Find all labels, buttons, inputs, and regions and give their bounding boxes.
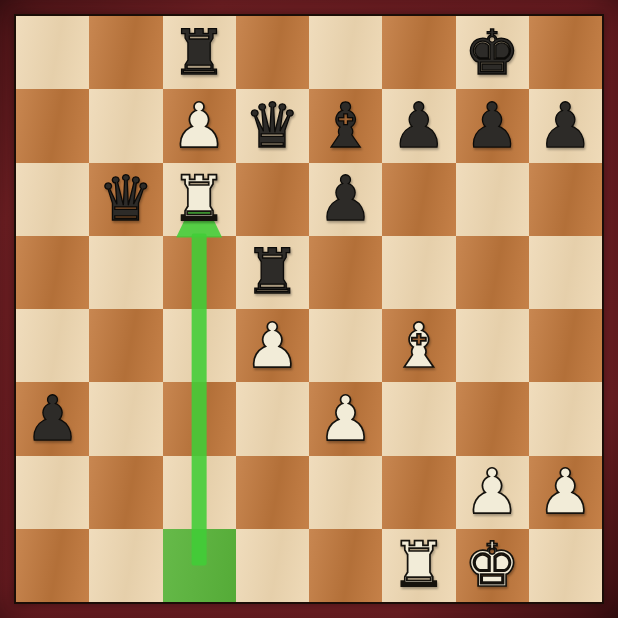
square-f5[interactable]: [382, 236, 455, 309]
square-f2[interactable]: [382, 456, 455, 529]
square-g7[interactable]: ♟: [456, 89, 529, 162]
square-f1[interactable]: ♜: [382, 529, 455, 602]
square-g4[interactable]: [456, 309, 529, 382]
square-a2[interactable]: [16, 456, 89, 529]
white-pawn-h2[interactable]: ♟: [538, 461, 594, 523]
black-queen-b6[interactable]: ♛: [98, 168, 154, 230]
black-rook-c8[interactable]: ♜: [171, 22, 227, 84]
square-a4[interactable]: [16, 309, 89, 382]
square-g6[interactable]: [456, 163, 529, 236]
chess-app-window: ♜♚♟♛♝♟♟♟♛♜♟♜♟♝♟♟♟♟♜♚: [0, 0, 618, 618]
square-f7[interactable]: ♟: [382, 89, 455, 162]
square-c8[interactable]: ♜: [163, 16, 236, 89]
square-d5[interactable]: ♜: [236, 236, 309, 309]
square-a7[interactable]: [16, 89, 89, 162]
square-d8[interactable]: [236, 16, 309, 89]
square-c6[interactable]: ♜: [163, 163, 236, 236]
white-pawn-g2[interactable]: ♟: [464, 461, 520, 523]
square-f4[interactable]: ♝: [382, 309, 455, 382]
square-c7[interactable]: ♟: [163, 89, 236, 162]
square-a8[interactable]: [16, 16, 89, 89]
square-a5[interactable]: [16, 236, 89, 309]
square-d6[interactable]: [236, 163, 309, 236]
square-b1[interactable]: [89, 529, 162, 602]
square-a6[interactable]: [16, 163, 89, 236]
square-h8[interactable]: [529, 16, 602, 89]
square-c5[interactable]: [163, 236, 236, 309]
square-e6[interactable]: ♟: [309, 163, 382, 236]
square-b3[interactable]: [89, 382, 162, 455]
square-f6[interactable]: [382, 163, 455, 236]
square-b6[interactable]: ♛: [89, 163, 162, 236]
white-bishop-f4[interactable]: ♝: [391, 315, 447, 377]
square-d7[interactable]: ♛: [236, 89, 309, 162]
square-h1[interactable]: [529, 529, 602, 602]
square-e1[interactable]: [309, 529, 382, 602]
black-pawn-a3[interactable]: ♟: [25, 388, 81, 450]
square-g2[interactable]: ♟: [456, 456, 529, 529]
square-h6[interactable]: [529, 163, 602, 236]
black-king-g8[interactable]: ♚: [464, 22, 520, 84]
square-c1[interactable]: [163, 529, 236, 602]
square-c3[interactable]: [163, 382, 236, 455]
square-g1[interactable]: ♚: [456, 529, 529, 602]
square-h7[interactable]: ♟: [529, 89, 602, 162]
white-rook-f1[interactable]: ♜: [391, 534, 447, 596]
white-pawn-d4[interactable]: ♟: [245, 315, 301, 377]
square-e8[interactable]: [309, 16, 382, 89]
black-pawn-g7[interactable]: ♟: [464, 95, 520, 157]
black-pawn-h7[interactable]: ♟: [538, 95, 594, 157]
square-e5[interactable]: [309, 236, 382, 309]
black-bishop-e7[interactable]: ♝: [318, 95, 374, 157]
square-g3[interactable]: [456, 382, 529, 455]
black-rook-d5[interactable]: ♜: [245, 241, 301, 303]
square-g8[interactable]: ♚: [456, 16, 529, 89]
square-b2[interactable]: [89, 456, 162, 529]
square-h4[interactable]: [529, 309, 602, 382]
square-b4[interactable]: [89, 309, 162, 382]
square-h5[interactable]: [529, 236, 602, 309]
black-pawn-f7[interactable]: ♟: [391, 95, 447, 157]
square-d3[interactable]: [236, 382, 309, 455]
square-b5[interactable]: [89, 236, 162, 309]
white-rook-c6[interactable]: ♜: [171, 168, 227, 230]
square-f8[interactable]: [382, 16, 455, 89]
square-d1[interactable]: [236, 529, 309, 602]
square-c2[interactable]: [163, 456, 236, 529]
square-d2[interactable]: [236, 456, 309, 529]
square-b8[interactable]: [89, 16, 162, 89]
square-c4[interactable]: [163, 309, 236, 382]
square-g5[interactable]: [456, 236, 529, 309]
square-h2[interactable]: ♟: [529, 456, 602, 529]
black-pawn-e6[interactable]: ♟: [318, 168, 374, 230]
square-e3[interactable]: ♟: [309, 382, 382, 455]
square-e4[interactable]: [309, 309, 382, 382]
square-b7[interactable]: [89, 89, 162, 162]
white-pawn-c7[interactable]: ♟: [171, 95, 227, 157]
square-h3[interactable]: [529, 382, 602, 455]
white-pawn-e3[interactable]: ♟: [318, 388, 374, 450]
square-d4[interactable]: ♟: [236, 309, 309, 382]
square-e2[interactable]: [309, 456, 382, 529]
square-e7[interactable]: ♝: [309, 89, 382, 162]
chess-board: ♜♚♟♛♝♟♟♟♛♜♟♜♟♝♟♟♟♟♜♚: [14, 14, 604, 604]
square-f3[interactable]: [382, 382, 455, 455]
black-queen-d7[interactable]: ♛: [245, 95, 301, 157]
square-a3[interactable]: ♟: [16, 382, 89, 455]
square-a1[interactable]: [16, 529, 89, 602]
white-king-g1[interactable]: ♚: [464, 534, 520, 596]
